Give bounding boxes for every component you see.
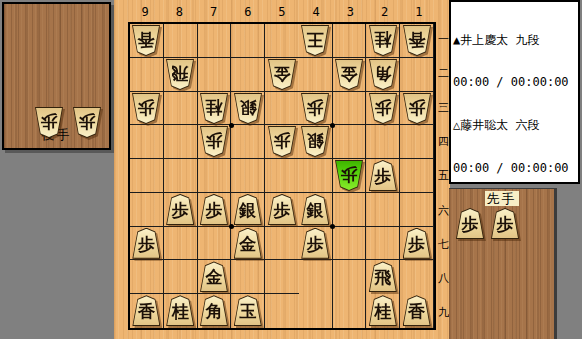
square-6-2[interactable]: [231, 58, 265, 92]
piece-sente[interactable]: 香: [132, 295, 160, 326]
piece-sente[interactable]: 歩: [132, 228, 160, 259]
piece-kanji: 銀: [307, 202, 324, 219]
square-4-4[interactable]: 銀: [299, 125, 333, 159]
square-8-7[interactable]: [164, 227, 198, 261]
square-1-1[interactable]: 香: [400, 24, 434, 58]
sente-hand-tray: 先手 歩歩: [449, 188, 557, 339]
square-4-7[interactable]: 歩: [299, 227, 333, 261]
square-3-4[interactable]: [333, 125, 367, 159]
square-1-6[interactable]: [400, 193, 434, 227]
piece-gote[interactable]: 歩: [335, 160, 363, 191]
square-8-3[interactable]: [164, 92, 198, 126]
square-2-4[interactable]: [366, 125, 400, 159]
square-6-1[interactable]: [231, 24, 265, 58]
gote-hand-tray: 後手 歩歩: [2, 2, 111, 150]
piece-kanji: 香: [138, 303, 155, 320]
piece-gote[interactable]: 香: [403, 25, 431, 56]
square-4-1[interactable]: 王: [299, 24, 333, 58]
piece-kanji: 歩: [79, 113, 96, 130]
piece-kanji: 歩: [205, 132, 222, 149]
square-7-9[interactable]: 角: [198, 294, 232, 328]
square-6-5[interactable]: [231, 159, 265, 193]
square-4-6[interactable]: 銀: [299, 193, 333, 227]
square-5-2[interactable]: 金: [265, 58, 299, 92]
gote-clock: 00:00 / 00:00:00: [453, 161, 576, 175]
square-3-2[interactable]: 金: [333, 58, 367, 92]
piece-sente[interactable]: 玉: [234, 295, 262, 326]
piece-sente[interactable]: 歩: [491, 208, 519, 239]
piece-kanji: 歩: [307, 99, 324, 116]
piece-kanji: 香: [408, 303, 425, 320]
piece-sente[interactable]: 歩: [369, 160, 397, 191]
square-7-5[interactable]: [198, 159, 232, 193]
piece-sente[interactable]: 歩: [200, 194, 228, 225]
square-9-8[interactable]: [130, 260, 164, 294]
piece-kanji: 角: [205, 303, 222, 320]
piece-kanji: 桂: [172, 303, 189, 320]
piece-gote[interactable]: 飛: [166, 59, 194, 90]
piece-kanji: 角: [374, 65, 391, 82]
piece-kanji: 金: [273, 65, 290, 82]
square-6-8[interactable]: [231, 260, 265, 294]
sente-player-name: ▲井上慶太 九段: [453, 33, 576, 47]
file-label: 7: [196, 4, 230, 20]
shogi-app-window: { "game": "shogi", "event_note": "kifu v…: [0, 0, 582, 339]
piece-kanji: 香: [408, 31, 425, 48]
piece-kanji: 歩: [341, 166, 358, 183]
piece-kanji: 歩: [205, 202, 222, 219]
piece-gote[interactable]: 王: [301, 25, 329, 56]
file-labels: 987654321: [128, 4, 436, 20]
square-8-1[interactable]: [164, 24, 198, 58]
square-2-5[interactable]: 歩: [366, 159, 400, 193]
square-2-2[interactable]: 角: [366, 58, 400, 92]
piece-kanji: 飛: [172, 65, 189, 82]
file-label: 2: [368, 4, 402, 20]
square-1-3[interactable]: 歩: [400, 92, 434, 126]
square-9-5[interactable]: [130, 159, 164, 193]
piece-sente[interactable]: 飛: [369, 261, 397, 292]
square-2-6[interactable]: [366, 193, 400, 227]
piece-kanji: 金: [239, 236, 256, 253]
square-9-3[interactable]: 歩: [130, 92, 164, 126]
piece-kanji: 桂: [205, 99, 222, 116]
piece-gote[interactable]: 歩: [200, 126, 228, 157]
square-3-9[interactable]: [333, 294, 367, 328]
square-5-4[interactable]: 歩: [265, 125, 299, 159]
file-label: 1: [402, 4, 436, 20]
piece-sente[interactable]: 銀: [234, 194, 262, 225]
square-1-9[interactable]: 香: [400, 294, 434, 328]
piece-sente[interactable]: 香: [403, 295, 431, 326]
square-2-7[interactable]: [366, 227, 400, 261]
square-7-7[interactable]: [198, 227, 232, 261]
square-9-4[interactable]: [130, 125, 164, 159]
square-3-1[interactable]: [333, 24, 367, 58]
sente-tray-label: 先手: [449, 190, 554, 208]
square-6-9[interactable]: 玉: [231, 294, 265, 328]
square-9-9[interactable]: 香: [130, 294, 164, 328]
piece-sente[interactable]: 歩: [301, 228, 329, 259]
square-5-8[interactable]: [265, 260, 299, 294]
square-8-2[interactable]: 飛: [164, 58, 198, 92]
square-3-6[interactable]: [333, 193, 367, 227]
square-7-1[interactable]: [198, 24, 232, 58]
square-6-4[interactable]: [231, 125, 265, 159]
square-6-3[interactable]: 銀: [231, 92, 265, 126]
gote-player-name: △藤井聡太 六段: [453, 118, 576, 132]
piece-kanji: 歩: [273, 132, 290, 149]
piece-kanji: 銀: [239, 99, 256, 116]
square-7-2[interactable]: [198, 58, 232, 92]
square-9-7[interactable]: 歩: [130, 227, 164, 261]
piece-gote[interactable]: 歩: [301, 93, 329, 124]
square-5-6[interactable]: 歩: [265, 193, 299, 227]
piece-kanji: 桂: [374, 31, 391, 48]
piece-gote[interactable]: 歩: [403, 93, 431, 124]
piece-kanji: 歩: [273, 202, 290, 219]
piece-kanji: 歩: [408, 236, 425, 253]
piece-kanji: 桂: [374, 303, 391, 320]
piece-kanji: 飛: [374, 269, 391, 286]
piece-gote[interactable]: 歩: [35, 107, 63, 138]
board-grid: 香王桂香飛金金角歩桂銀歩歩歩歩歩銀歩歩歩歩銀歩銀歩金歩歩金飛香桂角玉桂香: [128, 22, 436, 330]
square-5-3[interactable]: [265, 92, 299, 126]
file-label: 3: [333, 4, 367, 20]
piece-kanji: 歩: [138, 236, 155, 253]
file-label: 4: [299, 4, 333, 20]
piece-kanji: 歩: [138, 99, 155, 116]
piece-kanji: 歩: [374, 168, 391, 185]
square-3-5[interactable]: 歩: [333, 159, 367, 193]
square-5-7[interactable]: [265, 227, 299, 261]
piece-sente[interactable]: 歩: [456, 208, 484, 239]
piece-gote[interactable]: 歩: [132, 93, 160, 124]
piece-kanji: 玉: [239, 303, 256, 320]
piece-gote[interactable]: 金: [268, 59, 296, 90]
square-9-1[interactable]: 香: [130, 24, 164, 58]
piece-kanji: 歩: [172, 202, 189, 219]
piece-kanji: 歩: [408, 99, 425, 116]
square-8-9[interactable]: 桂: [164, 294, 198, 328]
piece-sente[interactable]: 金: [234, 228, 262, 259]
square-1-8[interactable]: [400, 260, 434, 294]
piece-kanji: 歩: [307, 236, 324, 253]
square-8-6[interactable]: 歩: [164, 193, 198, 227]
piece-sente[interactable]: 歩: [166, 194, 194, 225]
piece-gote[interactable]: 歩: [73, 107, 101, 138]
file-label: 6: [231, 4, 265, 20]
piece-gote[interactable]: 歩: [369, 93, 397, 124]
piece-sente[interactable]: 銀: [301, 194, 329, 225]
square-1-5[interactable]: [400, 159, 434, 193]
square-5-1[interactable]: [265, 24, 299, 58]
square-3-7[interactable]: [333, 227, 367, 261]
square-7-3[interactable]: 桂: [198, 92, 232, 126]
piece-sente[interactable]: 角: [200, 295, 228, 326]
piece-sente[interactable]: 歩: [403, 228, 431, 259]
square-4-5[interactable]: [299, 159, 333, 193]
square-8-4[interactable]: [164, 125, 198, 159]
file-label: 8: [162, 4, 196, 20]
square-6-6[interactable]: 銀: [231, 193, 265, 227]
square-2-3[interactable]: 歩: [366, 92, 400, 126]
piece-kanji: 歩: [41, 113, 58, 130]
square-2-9[interactable]: 桂: [366, 294, 400, 328]
piece-gote[interactable]: 歩: [268, 126, 296, 157]
square-1-2[interactable]: [400, 58, 434, 92]
file-label: 9: [128, 4, 162, 20]
sente-clock: 00:00 / 00:00:00: [453, 75, 576, 89]
piece-kanji: 金: [205, 269, 222, 286]
square-5-9[interactable]: [265, 294, 299, 328]
piece-gote[interactable]: 桂: [369, 25, 397, 56]
square-8-5[interactable]: [164, 159, 198, 193]
square-2-1[interactable]: 桂: [366, 24, 400, 58]
piece-kanji: 王: [307, 31, 324, 48]
piece-gote[interactable]: 角: [369, 59, 397, 90]
piece-gote[interactable]: 金: [335, 59, 363, 90]
info-panel: ▲井上慶太 九段 00:00 / 00:00:00 △藤井聡太 六段 00:00…: [449, 0, 580, 184]
piece-gote[interactable]: 桂: [200, 93, 228, 124]
piece-kanji: 歩: [462, 216, 479, 233]
square-4-9[interactable]: [299, 294, 333, 328]
square-3-8[interactable]: [333, 260, 367, 294]
piece-kanji: 金: [341, 65, 358, 82]
square-7-6[interactable]: 歩: [198, 193, 232, 227]
square-8-8[interactable]: [164, 260, 198, 294]
square-5-5[interactable]: [265, 159, 299, 193]
piece-sente[interactable]: 桂: [166, 295, 194, 326]
square-7-4[interactable]: 歩: [198, 125, 232, 159]
piece-sente[interactable]: 歩: [268, 194, 296, 225]
piece-gote[interactable]: 香: [132, 25, 160, 56]
square-3-3[interactable]: [333, 92, 367, 126]
piece-sente[interactable]: 金: [200, 261, 228, 292]
piece-kanji: 銀: [239, 202, 256, 219]
piece-kanji: 銀: [307, 132, 324, 149]
piece-gote[interactable]: 銀: [234, 93, 262, 124]
file-label: 5: [265, 4, 299, 20]
square-1-4[interactable]: [400, 125, 434, 159]
square-1-7[interactable]: 歩: [400, 227, 434, 261]
piece-gote[interactable]: 銀: [301, 126, 329, 157]
star-point: [330, 224, 335, 229]
square-4-2[interactable]: [299, 58, 333, 92]
square-4-8[interactable]: [299, 260, 333, 294]
square-4-3[interactable]: 歩: [299, 92, 333, 126]
piece-sente[interactable]: 桂: [369, 295, 397, 326]
square-7-8[interactable]: 金: [198, 260, 232, 294]
square-6-7[interactable]: 金: [231, 227, 265, 261]
square-9-2[interactable]: [130, 58, 164, 92]
piece-kanji: 歩: [497, 216, 514, 233]
piece-kanji: 香: [138, 31, 155, 48]
square-2-8[interactable]: 飛: [366, 260, 400, 294]
turn-highlight: 先手: [485, 191, 519, 206]
square-9-6[interactable]: [130, 193, 164, 227]
piece-kanji: 歩: [374, 99, 391, 116]
